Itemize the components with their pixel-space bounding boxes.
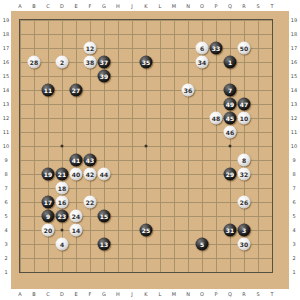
board-intersection[interactable] — [13, 111, 27, 125]
board-intersection[interactable] — [41, 13, 55, 27]
board-intersection[interactable] — [195, 209, 209, 223]
board-intersection[interactable] — [27, 83, 41, 97]
board-intersection[interactable] — [195, 69, 209, 83]
board-intersection[interactable] — [237, 83, 251, 97]
board-intersection[interactable] — [125, 237, 139, 251]
board-intersection[interactable] — [27, 111, 41, 125]
board-intersection[interactable] — [69, 69, 83, 83]
board-intersection[interactable] — [223, 27, 237, 41]
board-intersection[interactable] — [265, 83, 279, 97]
board-intersection[interactable] — [111, 41, 125, 55]
board-intersection[interactable] — [139, 209, 153, 223]
board-intersection[interactable] — [251, 27, 265, 41]
board-intersection[interactable] — [153, 251, 167, 265]
board-intersection[interactable] — [251, 223, 265, 237]
board-intersection[interactable] — [111, 237, 125, 251]
board-intersection[interactable] — [181, 209, 195, 223]
board-intersection[interactable] — [265, 97, 279, 111]
board-intersection[interactable] — [195, 97, 209, 111]
board-intersection[interactable] — [251, 265, 265, 279]
board-intersection[interactable] — [27, 125, 41, 139]
board-intersection[interactable] — [251, 153, 265, 167]
board-intersection[interactable] — [195, 111, 209, 125]
board-intersection[interactable] — [97, 153, 111, 167]
board-intersection[interactable] — [27, 181, 41, 195]
board-intersection[interactable] — [223, 265, 237, 279]
board-intersection[interactable] — [139, 83, 153, 97]
board-intersection[interactable] — [97, 83, 111, 97]
board-intersection[interactable] — [139, 27, 153, 41]
board-intersection[interactable] — [69, 27, 83, 41]
board-intersection[interactable] — [223, 195, 237, 209]
board-intersection[interactable] — [83, 139, 97, 153]
board-intersection[interactable] — [125, 223, 139, 237]
board-intersection[interactable] — [55, 27, 69, 41]
board-intersection[interactable] — [209, 69, 223, 83]
board-intersection[interactable] — [167, 237, 181, 251]
board-intersection[interactable] — [83, 223, 97, 237]
board-intersection[interactable] — [209, 13, 223, 27]
board-intersection[interactable] — [167, 13, 181, 27]
board-intersection[interactable] — [251, 167, 265, 181]
board-intersection[interactable] — [27, 195, 41, 209]
board-intersection[interactable] — [41, 27, 55, 41]
board-intersection[interactable] — [167, 97, 181, 111]
board-intersection[interactable] — [69, 251, 83, 265]
board-intersection[interactable] — [111, 139, 125, 153]
board-intersection[interactable] — [265, 41, 279, 55]
board-intersection[interactable] — [125, 13, 139, 27]
board-intersection[interactable] — [153, 237, 167, 251]
board-intersection[interactable] — [237, 251, 251, 265]
board-intersection[interactable] — [167, 223, 181, 237]
board-intersection[interactable] — [125, 153, 139, 167]
board-intersection[interactable] — [55, 69, 69, 83]
board-intersection[interactable] — [153, 69, 167, 83]
board-intersection[interactable] — [27, 97, 41, 111]
board-intersection[interactable] — [167, 69, 181, 83]
board-intersection[interactable] — [27, 153, 41, 167]
board-intersection[interactable] — [13, 153, 27, 167]
board-intersection[interactable] — [97, 97, 111, 111]
board-intersection[interactable] — [237, 13, 251, 27]
board-intersection[interactable] — [195, 13, 209, 27]
board-intersection[interactable] — [237, 125, 251, 139]
board-intersection[interactable] — [27, 209, 41, 223]
board-intersection[interactable] — [237, 265, 251, 279]
board-intersection[interactable] — [69, 55, 83, 69]
board-intersection[interactable] — [97, 13, 111, 27]
board-intersection[interactable] — [111, 83, 125, 97]
board-intersection[interactable] — [181, 167, 195, 181]
board-intersection[interactable] — [69, 97, 83, 111]
board-intersection[interactable] — [13, 237, 27, 251]
board-intersection[interactable] — [153, 27, 167, 41]
board-intersection[interactable] — [13, 181, 27, 195]
board-intersection[interactable] — [111, 69, 125, 83]
board-intersection[interactable] — [153, 13, 167, 27]
board-intersection[interactable] — [237, 209, 251, 223]
board-intersection[interactable] — [251, 181, 265, 195]
board-intersection[interactable] — [125, 83, 139, 97]
board-intersection[interactable] — [13, 13, 27, 27]
board-intersection[interactable] — [181, 237, 195, 251]
board-intersection[interactable] — [223, 41, 237, 55]
board-intersection[interactable] — [251, 13, 265, 27]
board-intersection[interactable] — [97, 265, 111, 279]
board-intersection[interactable] — [167, 41, 181, 55]
board-intersection[interactable] — [265, 167, 279, 181]
board-intersection[interactable] — [69, 41, 83, 55]
board-intersection[interactable] — [195, 139, 209, 153]
board-intersection[interactable] — [55, 111, 69, 125]
board-intersection[interactable] — [139, 69, 153, 83]
board-intersection[interactable] — [139, 195, 153, 209]
board-intersection[interactable] — [111, 195, 125, 209]
board-intersection[interactable] — [153, 55, 167, 69]
board-intersection[interactable] — [27, 27, 41, 41]
board-intersection[interactable] — [265, 209, 279, 223]
board-intersection[interactable] — [181, 41, 195, 55]
board-intersection[interactable] — [209, 83, 223, 97]
board-intersection[interactable] — [195, 167, 209, 181]
board-intersection[interactable] — [13, 251, 27, 265]
board-intersection[interactable] — [83, 97, 97, 111]
board-intersection[interactable] — [13, 195, 27, 209]
board-intersection[interactable] — [251, 251, 265, 265]
board-intersection[interactable] — [97, 27, 111, 41]
board-intersection[interactable] — [69, 125, 83, 139]
board-intersection[interactable] — [251, 237, 265, 251]
board-intersection[interactable] — [167, 55, 181, 69]
board-intersection[interactable] — [27, 139, 41, 153]
board-intersection[interactable] — [97, 139, 111, 153]
board-intersection[interactable] — [111, 223, 125, 237]
board-intersection[interactable] — [13, 55, 27, 69]
board-intersection[interactable] — [97, 181, 111, 195]
board-intersection[interactable] — [251, 41, 265, 55]
board-intersection[interactable] — [13, 167, 27, 181]
board-intersection[interactable] — [55, 251, 69, 265]
board-intersection[interactable] — [223, 237, 237, 251]
board-intersection[interactable] — [209, 223, 223, 237]
board-intersection[interactable] — [265, 223, 279, 237]
board-intersection[interactable] — [69, 181, 83, 195]
board-intersection[interactable] — [181, 125, 195, 139]
board-intersection[interactable] — [265, 237, 279, 251]
board-intersection[interactable] — [237, 69, 251, 83]
board-intersection[interactable] — [27, 41, 41, 55]
board-intersection[interactable] — [209, 209, 223, 223]
board-intersection[interactable] — [55, 41, 69, 55]
board-intersection[interactable] — [265, 251, 279, 265]
board-intersection[interactable] — [27, 265, 41, 279]
board-intersection[interactable] — [41, 41, 55, 55]
board-intersection[interactable] — [251, 209, 265, 223]
board-intersection[interactable] — [153, 153, 167, 167]
board-intersection[interactable] — [167, 139, 181, 153]
board-intersection[interactable] — [125, 181, 139, 195]
board-intersection[interactable] — [13, 209, 27, 223]
board-intersection[interactable] — [167, 27, 181, 41]
board-intersection[interactable] — [69, 13, 83, 27]
board-intersection[interactable] — [97, 41, 111, 55]
board-intersection[interactable] — [125, 195, 139, 209]
board-intersection[interactable] — [265, 125, 279, 139]
board-intersection[interactable] — [181, 139, 195, 153]
board-intersection[interactable] — [195, 251, 209, 265]
board-intersection[interactable] — [195, 223, 209, 237]
board-intersection[interactable] — [195, 181, 209, 195]
board-intersection[interactable] — [167, 111, 181, 125]
board-intersection[interactable] — [55, 83, 69, 97]
board-intersection[interactable] — [209, 27, 223, 41]
board-intersection[interactable] — [41, 125, 55, 139]
board-intersection[interactable] — [251, 55, 265, 69]
board-intersection[interactable] — [111, 167, 125, 181]
board-intersection[interactable] — [41, 111, 55, 125]
board-intersection[interactable] — [13, 223, 27, 237]
board-intersection[interactable] — [139, 97, 153, 111]
board-intersection[interactable] — [153, 195, 167, 209]
board-intersection[interactable] — [209, 139, 223, 153]
board-intersection[interactable] — [41, 237, 55, 251]
board-intersection[interactable] — [125, 209, 139, 223]
board-intersection[interactable] — [83, 209, 97, 223]
board-intersection[interactable] — [83, 83, 97, 97]
board-intersection[interactable] — [181, 13, 195, 27]
board-intersection[interactable] — [167, 167, 181, 181]
board-intersection[interactable] — [237, 181, 251, 195]
board-intersection[interactable] — [153, 83, 167, 97]
board-intersection[interactable] — [111, 153, 125, 167]
board-intersection[interactable] — [223, 209, 237, 223]
board-intersection[interactable] — [167, 125, 181, 139]
board-intersection[interactable] — [237, 27, 251, 41]
board-intersection[interactable] — [111, 111, 125, 125]
board-intersection[interactable] — [251, 139, 265, 153]
board-intersection[interactable] — [83, 27, 97, 41]
board-intersection[interactable] — [41, 55, 55, 69]
board-intersection[interactable] — [181, 27, 195, 41]
board-intersection[interactable] — [125, 111, 139, 125]
board-intersection[interactable] — [139, 153, 153, 167]
board-intersection[interactable] — [125, 125, 139, 139]
board-intersection[interactable] — [69, 237, 83, 251]
board-intersection[interactable] — [251, 195, 265, 209]
board-intersection[interactable] — [181, 69, 195, 83]
board-intersection[interactable] — [153, 265, 167, 279]
board-intersection[interactable] — [181, 223, 195, 237]
board-intersection[interactable] — [69, 139, 83, 153]
board-intersection[interactable] — [111, 251, 125, 265]
board-intersection[interactable] — [181, 251, 195, 265]
board-intersection[interactable] — [27, 251, 41, 265]
board-intersection[interactable] — [41, 153, 55, 167]
board-intersection[interactable] — [111, 97, 125, 111]
board-intersection[interactable] — [195, 195, 209, 209]
board-intersection[interactable] — [167, 195, 181, 209]
board-intersection[interactable] — [209, 195, 223, 209]
board-intersection[interactable] — [153, 209, 167, 223]
board-intersection[interactable] — [69, 111, 83, 125]
board-intersection[interactable] — [41, 139, 55, 153]
board-intersection[interactable] — [125, 97, 139, 111]
board-intersection[interactable] — [265, 265, 279, 279]
board-intersection[interactable] — [41, 69, 55, 83]
board-intersection[interactable] — [55, 97, 69, 111]
board-intersection[interactable] — [251, 69, 265, 83]
board-intersection[interactable] — [265, 111, 279, 125]
board-intersection[interactable] — [13, 83, 27, 97]
board-intersection[interactable] — [181, 97, 195, 111]
board-intersection[interactable] — [41, 265, 55, 279]
board-intersection[interactable] — [83, 13, 97, 27]
board-intersection[interactable] — [13, 265, 27, 279]
board-intersection[interactable] — [209, 55, 223, 69]
board-intersection[interactable] — [209, 181, 223, 195]
board-intersection[interactable] — [55, 125, 69, 139]
board-intersection[interactable] — [111, 27, 125, 41]
board-intersection[interactable] — [181, 195, 195, 209]
board-intersection[interactable] — [153, 223, 167, 237]
board-intersection[interactable] — [41, 181, 55, 195]
board-intersection[interactable] — [139, 111, 153, 125]
board-intersection[interactable] — [209, 237, 223, 251]
board-intersection[interactable] — [265, 55, 279, 69]
board-intersection[interactable] — [125, 55, 139, 69]
board-intersection[interactable] — [69, 195, 83, 209]
board-intersection[interactable] — [13, 69, 27, 83]
board-intersection[interactable] — [83, 111, 97, 125]
board-intersection[interactable] — [13, 139, 27, 153]
board-intersection[interactable] — [265, 27, 279, 41]
board-intersection[interactable] — [27, 13, 41, 27]
board-intersection[interactable] — [153, 41, 167, 55]
board-intersection[interactable] — [181, 55, 195, 69]
board-intersection[interactable] — [27, 223, 41, 237]
board-intersection[interactable] — [265, 139, 279, 153]
board-intersection[interactable] — [83, 181, 97, 195]
board-intersection[interactable] — [153, 125, 167, 139]
board-intersection[interactable] — [83, 251, 97, 265]
board-intersection[interactable] — [167, 83, 181, 97]
board-intersection[interactable] — [111, 125, 125, 139]
board-intersection[interactable] — [181, 153, 195, 167]
board-intersection[interactable] — [181, 265, 195, 279]
board-intersection[interactable] — [41, 97, 55, 111]
board-intersection[interactable] — [125, 69, 139, 83]
board-intersection[interactable] — [125, 167, 139, 181]
board-intersection[interactable] — [111, 13, 125, 27]
board-intersection[interactable] — [139, 265, 153, 279]
board-intersection[interactable] — [55, 265, 69, 279]
board-intersection[interactable] — [125, 251, 139, 265]
board-intersection[interactable] — [223, 13, 237, 27]
board-intersection[interactable] — [195, 125, 209, 139]
board-intersection[interactable] — [27, 69, 41, 83]
board-intersection[interactable] — [97, 223, 111, 237]
board-intersection[interactable] — [223, 69, 237, 83]
board-intersection[interactable] — [139, 167, 153, 181]
board-intersection[interactable] — [265, 69, 279, 83]
board-intersection[interactable] — [209, 265, 223, 279]
board-intersection[interactable] — [223, 251, 237, 265]
board-intersection[interactable] — [97, 111, 111, 125]
board-intersection[interactable] — [97, 125, 111, 139]
board-intersection[interactable] — [153, 97, 167, 111]
board-intersection[interactable] — [209, 167, 223, 181]
board-intersection[interactable] — [209, 97, 223, 111]
board-intersection[interactable] — [265, 13, 279, 27]
board-intersection[interactable] — [223, 181, 237, 195]
board-intersection[interactable] — [13, 125, 27, 139]
board-intersection[interactable] — [251, 125, 265, 139]
board-intersection[interactable] — [13, 97, 27, 111]
board-intersection[interactable] — [13, 27, 27, 41]
board-intersection[interactable] — [111, 181, 125, 195]
board-intersection[interactable] — [139, 125, 153, 139]
board-intersection[interactable] — [195, 153, 209, 167]
board-intersection[interactable] — [167, 209, 181, 223]
board-intersection[interactable] — [237, 139, 251, 153]
board-intersection[interactable] — [111, 209, 125, 223]
board-intersection[interactable] — [195, 27, 209, 41]
board-intersection[interactable] — [83, 265, 97, 279]
board-intersection[interactable] — [55, 153, 69, 167]
board-intersection[interactable] — [167, 265, 181, 279]
board-intersection[interactable] — [153, 167, 167, 181]
board-intersection[interactable] — [265, 181, 279, 195]
board-intersection[interactable] — [167, 251, 181, 265]
board-intersection[interactable] — [55, 13, 69, 27]
board-intersection[interactable] — [27, 167, 41, 181]
board-intersection[interactable] — [83, 237, 97, 251]
board-intersection[interactable] — [181, 181, 195, 195]
board-intersection[interactable] — [125, 265, 139, 279]
board-intersection[interactable] — [265, 153, 279, 167]
board-intersection[interactable] — [195, 265, 209, 279]
board-intersection[interactable] — [153, 181, 167, 195]
board-intersection[interactable] — [139, 13, 153, 27]
board-intersection[interactable] — [153, 139, 167, 153]
board-intersection[interactable] — [153, 111, 167, 125]
board-intersection[interactable] — [181, 111, 195, 125]
board-intersection[interactable] — [97, 195, 111, 209]
board-intersection[interactable] — [125, 139, 139, 153]
board-intersection[interactable] — [83, 125, 97, 139]
board-intersection[interactable] — [69, 265, 83, 279]
board-intersection[interactable] — [41, 251, 55, 265]
board-intersection[interactable] — [111, 265, 125, 279]
board-intersection[interactable] — [209, 125, 223, 139]
board-intersection[interactable] — [167, 181, 181, 195]
board-intersection[interactable] — [27, 237, 41, 251]
board-intersection[interactable] — [251, 83, 265, 97]
board-intersection[interactable] — [139, 41, 153, 55]
board-intersection[interactable] — [251, 97, 265, 111]
board-intersection[interactable] — [83, 69, 97, 83]
board-intersection[interactable] — [251, 111, 265, 125]
board-intersection[interactable] — [209, 153, 223, 167]
board-intersection[interactable] — [125, 41, 139, 55]
board-intersection[interactable] — [139, 251, 153, 265]
board-intersection[interactable] — [139, 237, 153, 251]
board-intersection[interactable] — [237, 55, 251, 69]
board-intersection[interactable] — [265, 195, 279, 209]
board-intersection[interactable] — [209, 251, 223, 265]
board-intersection[interactable] — [195, 83, 209, 97]
